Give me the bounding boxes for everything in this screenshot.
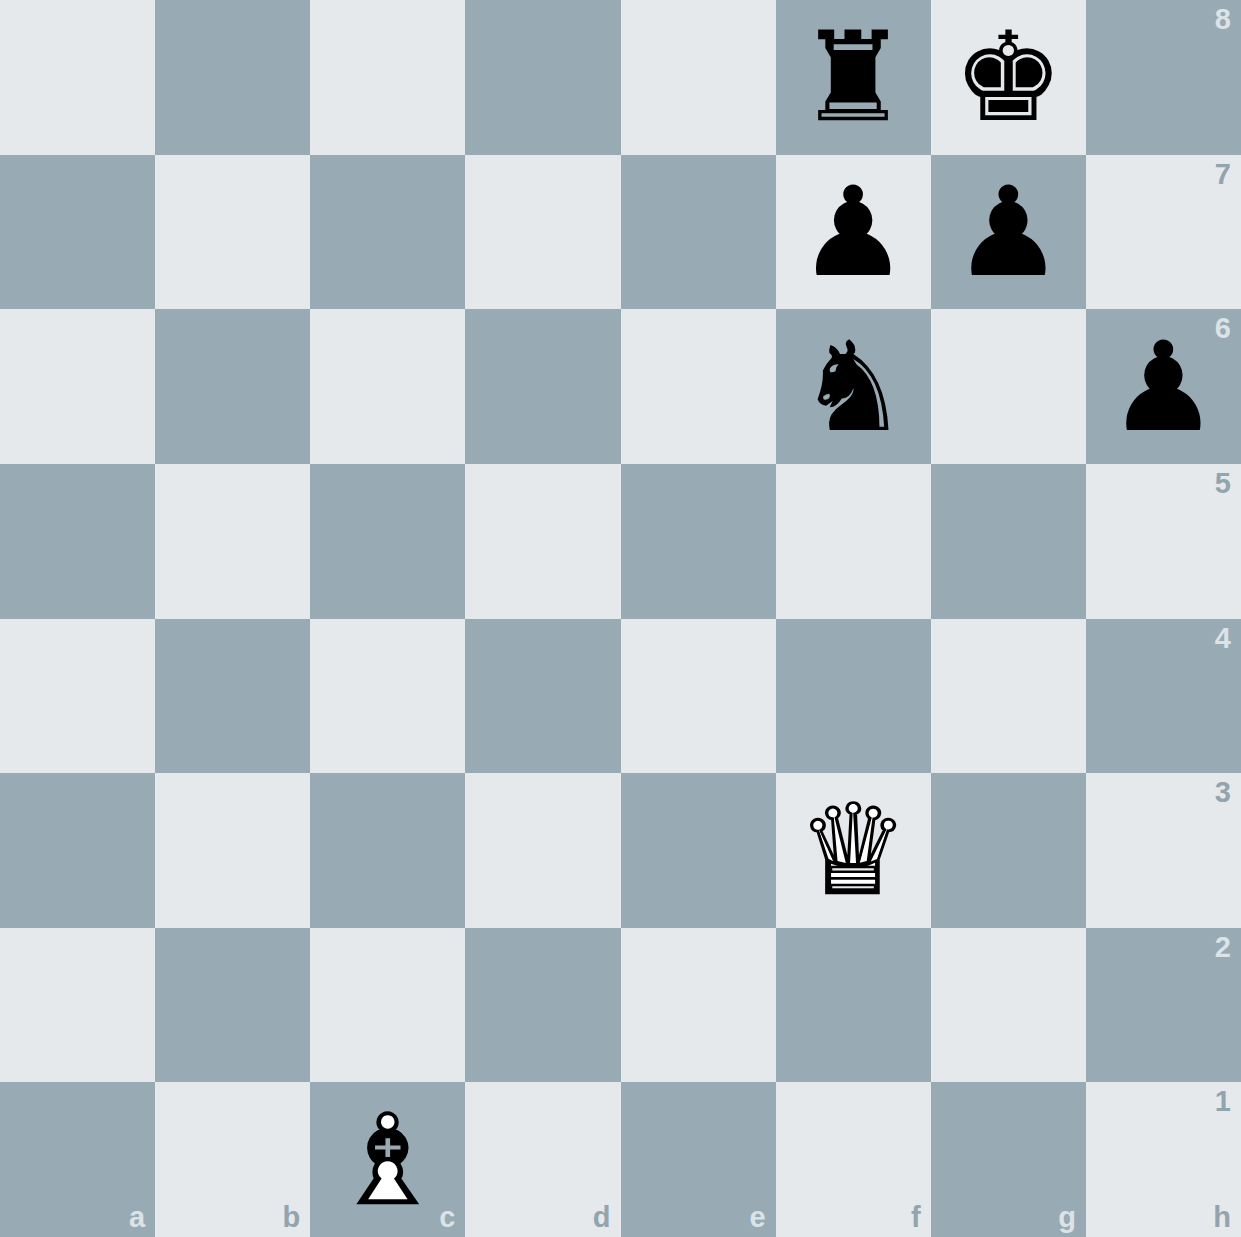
square-f3[interactable]: ♛♕: [776, 773, 931, 928]
square-e8[interactable]: [621, 0, 776, 155]
black-rook[interactable]: ♜: [776, 0, 931, 155]
square-h7[interactable]: 7: [1086, 155, 1241, 310]
square-h3[interactable]: 3: [1086, 773, 1241, 928]
file-label-h: h: [1213, 1203, 1231, 1232]
black-pawn[interactable]: ♟: [1086, 309, 1241, 464]
square-b8[interactable]: [155, 0, 310, 155]
chess-board: ♜♚8♟♟7♞6♟54♛♕32abc♝♗defg1h: [0, 0, 1241, 1237]
black-pawn-glyph: ♟: [1108, 325, 1219, 449]
square-a3[interactable]: [0, 773, 155, 928]
square-f8[interactable]: ♜: [776, 0, 931, 155]
square-a7[interactable]: [0, 155, 155, 310]
square-f4[interactable]: [776, 619, 931, 774]
square-d4[interactable]: [465, 619, 620, 774]
square-b7[interactable]: [155, 155, 310, 310]
rank-label-5: 5: [1215, 469, 1231, 498]
square-c3[interactable]: [310, 773, 465, 928]
square-d6[interactable]: [465, 309, 620, 464]
square-g5[interactable]: [931, 464, 1086, 619]
square-c6[interactable]: [310, 309, 465, 464]
square-e6[interactable]: [621, 309, 776, 464]
square-g8[interactable]: ♚: [931, 0, 1086, 155]
square-e2[interactable]: [621, 928, 776, 1083]
square-e3[interactable]: [621, 773, 776, 928]
square-f2[interactable]: [776, 928, 931, 1083]
square-h2[interactable]: 2: [1086, 928, 1241, 1083]
square-g4[interactable]: [931, 619, 1086, 774]
square-d5[interactable]: [465, 464, 620, 619]
file-label-f: f: [911, 1203, 921, 1232]
black-king[interactable]: ♚: [931, 0, 1086, 155]
square-e7[interactable]: [621, 155, 776, 310]
square-h5[interactable]: 5: [1086, 464, 1241, 619]
rank-label-4: 4: [1215, 624, 1231, 653]
square-a6[interactable]: [0, 309, 155, 464]
square-a4[interactable]: [0, 619, 155, 774]
square-h8[interactable]: 8: [1086, 0, 1241, 155]
square-g6[interactable]: [931, 309, 1086, 464]
square-c2[interactable]: [310, 928, 465, 1083]
white-queen-outline-glyph: ♕: [798, 788, 909, 912]
file-label-d: d: [593, 1203, 611, 1232]
square-d7[interactable]: [465, 155, 620, 310]
black-pawn[interactable]: ♟: [776, 155, 931, 310]
rank-label-1: 1: [1215, 1087, 1231, 1116]
file-label-g: g: [1058, 1203, 1076, 1232]
square-b6[interactable]: [155, 309, 310, 464]
rank-label-8: 8: [1215, 5, 1231, 34]
square-d8[interactable]: [465, 0, 620, 155]
rank-label-3: 3: [1215, 778, 1231, 807]
square-e4[interactable]: [621, 619, 776, 774]
square-c4[interactable]: [310, 619, 465, 774]
file-label-b: b: [283, 1203, 301, 1232]
square-f6[interactable]: ♞: [776, 309, 931, 464]
square-b3[interactable]: [155, 773, 310, 928]
rank-label-2: 2: [1215, 933, 1231, 962]
square-c1[interactable]: c♝♗: [310, 1082, 465, 1237]
square-g1[interactable]: g: [931, 1082, 1086, 1237]
square-g7[interactable]: ♟: [931, 155, 1086, 310]
square-d3[interactable]: [465, 773, 620, 928]
square-d2[interactable]: [465, 928, 620, 1083]
square-f1[interactable]: f: [776, 1082, 931, 1237]
square-f7[interactable]: ♟: [776, 155, 931, 310]
black-rook-glyph: ♜: [798, 15, 909, 139]
square-a1[interactable]: a: [0, 1082, 155, 1237]
square-h4[interactable]: 4: [1086, 619, 1241, 774]
square-b5[interactable]: [155, 464, 310, 619]
square-g2[interactable]: [931, 928, 1086, 1083]
white-queen[interactable]: ♛♕: [776, 773, 931, 928]
black-king-glyph: ♚: [953, 15, 1064, 139]
square-h1[interactable]: 1h: [1086, 1082, 1241, 1237]
black-knight-glyph: ♞: [798, 325, 909, 449]
square-e1[interactable]: e: [621, 1082, 776, 1237]
square-c8[interactable]: [310, 0, 465, 155]
square-d1[interactable]: d: [465, 1082, 620, 1237]
square-c5[interactable]: [310, 464, 465, 619]
square-f5[interactable]: [776, 464, 931, 619]
file-label-e: e: [749, 1203, 765, 1232]
square-a2[interactable]: [0, 928, 155, 1083]
square-b4[interactable]: [155, 619, 310, 774]
file-label-a: a: [129, 1203, 145, 1232]
square-g3[interactable]: [931, 773, 1086, 928]
square-c7[interactable]: [310, 155, 465, 310]
square-h6[interactable]: 6♟: [1086, 309, 1241, 464]
black-pawn-glyph: ♟: [798, 170, 909, 294]
black-pawn[interactable]: ♟: [931, 155, 1086, 310]
square-e5[interactable]: [621, 464, 776, 619]
square-b1[interactable]: b: [155, 1082, 310, 1237]
rank-label-7: 7: [1215, 160, 1231, 189]
square-b2[interactable]: [155, 928, 310, 1083]
white-bishop-outline-glyph: ♗: [332, 1098, 443, 1222]
square-a8[interactable]: [0, 0, 155, 155]
square-a5[interactable]: [0, 464, 155, 619]
white-bishop[interactable]: ♝♗: [310, 1082, 465, 1237]
black-knight[interactable]: ♞: [776, 309, 931, 464]
black-pawn-glyph: ♟: [953, 170, 1064, 294]
